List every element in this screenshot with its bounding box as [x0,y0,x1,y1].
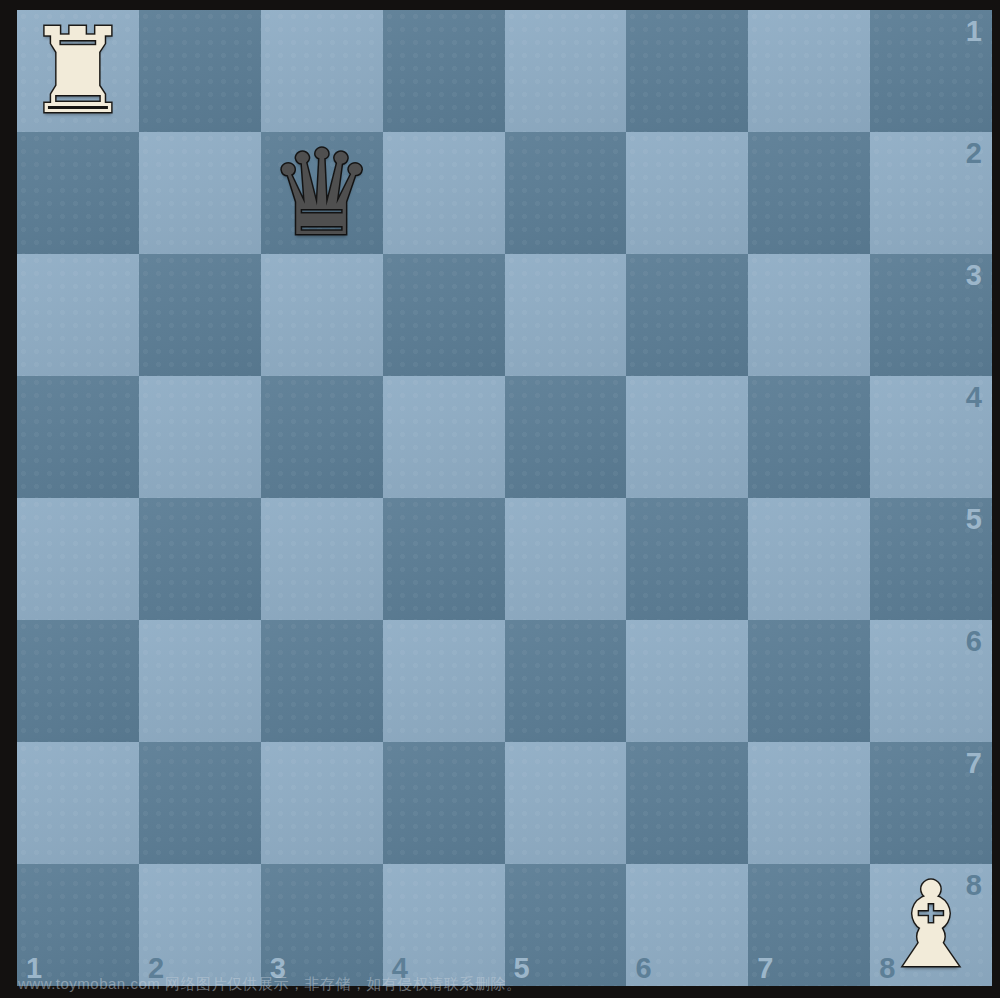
square-file3-rank7[interactable] [261,742,383,864]
square-file8-rank1[interactable]: 1 [870,10,992,132]
rank-label-1: 1 [966,17,982,46]
square-file3-rank3[interactable] [261,254,383,376]
square-file5-rank3[interactable] [505,254,627,376]
square-file7-rank3[interactable] [748,254,870,376]
file-label-6: 6 [635,954,651,983]
rank-label-3: 3 [966,261,982,290]
square-file6-rank4[interactable] [626,376,748,498]
chess-board-screenshot: ♜1♛234567123456788♝ www.toymoban.com 网络图… [0,0,1000,998]
square-file7-rank4[interactable] [748,376,870,498]
file-label-2: 2 [148,954,164,983]
square-file3-rank5[interactable] [261,498,383,620]
square-file4-rank6[interactable] [383,620,505,742]
square-file5-rank5[interactable] [505,498,627,620]
file-label-7: 7 [757,954,773,983]
file-label-1: 1 [26,954,42,983]
square-file5-rank7[interactable] [505,742,627,864]
square-file8-rank4[interactable]: 4 [870,376,992,498]
square-file1-rank2[interactable] [17,132,139,254]
square-file6-rank8[interactable]: 6 [626,864,748,986]
square-file2-rank8[interactable]: 2 [139,864,261,986]
square-file5-rank6[interactable] [505,620,627,742]
square-file2-rank6[interactable] [139,620,261,742]
square-file8-rank3[interactable]: 3 [870,254,992,376]
square-file8-rank5[interactable]: 5 [870,498,992,620]
square-file3-rank6[interactable] [261,620,383,742]
square-file7-rank1[interactable] [748,10,870,132]
square-file4-rank3[interactable] [383,254,505,376]
square-file6-rank3[interactable] [626,254,748,376]
square-file7-rank2[interactable] [748,132,870,254]
square-file4-rank1[interactable] [383,10,505,132]
rank-label-4: 4 [966,383,982,412]
square-file2-rank2[interactable] [139,132,261,254]
square-file5-rank2[interactable] [505,132,627,254]
white-rook-piece[interactable]: ♜ [17,10,139,132]
square-file7-rank6[interactable] [748,620,870,742]
square-file7-rank7[interactable] [748,742,870,864]
file-label-4: 4 [392,954,408,983]
square-file7-rank8[interactable]: 7 [748,864,870,986]
square-file5-rank1[interactable] [505,10,627,132]
square-file2-rank3[interactable] [139,254,261,376]
black-queen-piece[interactable]: ♛ [261,132,383,254]
square-file7-rank5[interactable] [748,498,870,620]
square-file3-rank1[interactable] [261,10,383,132]
square-file3-rank4[interactable] [261,376,383,498]
square-file3-rank2[interactable]: ♛ [261,132,383,254]
square-file4-rank8[interactable]: 4 [383,864,505,986]
file-label-5: 5 [514,954,530,983]
square-file3-rank8[interactable]: 3 [261,864,383,986]
square-file6-rank2[interactable] [626,132,748,254]
square-file1-rank7[interactable] [17,742,139,864]
square-file8-rank6[interactable]: 6 [870,620,992,742]
rank-label-7: 7 [966,749,982,778]
square-file2-rank4[interactable] [139,376,261,498]
square-file5-rank8[interactable]: 5 [505,864,627,986]
square-file2-rank7[interactable] [139,742,261,864]
square-file6-rank6[interactable] [626,620,748,742]
square-file4-rank4[interactable] [383,376,505,498]
rank-label-5: 5 [966,505,982,534]
square-file8-rank8[interactable]: 88♝ [870,864,992,986]
square-file8-rank7[interactable]: 7 [870,742,992,864]
square-file4-rank2[interactable] [383,132,505,254]
square-file6-rank1[interactable] [626,10,748,132]
square-file1-rank1[interactable]: ♜ [17,10,139,132]
square-file5-rank4[interactable] [505,376,627,498]
square-file2-rank1[interactable] [139,10,261,132]
square-file1-rank3[interactable] [17,254,139,376]
rank-label-2: 2 [966,139,982,168]
square-file1-rank5[interactable] [17,498,139,620]
square-file1-rank4[interactable] [17,376,139,498]
rank-label-6: 6 [966,627,982,656]
square-file4-rank5[interactable] [383,498,505,620]
square-file6-rank5[interactable] [626,498,748,620]
square-file6-rank7[interactable] [626,742,748,864]
file-label-3: 3 [270,954,286,983]
chess-board: ♜1♛234567123456788♝ [17,10,992,986]
white-bishop-piece[interactable]: ♝ [870,864,992,986]
square-file4-rank7[interactable] [383,742,505,864]
square-file2-rank5[interactable] [139,498,261,620]
square-file1-rank8[interactable]: 1 [17,864,139,986]
square-file8-rank2[interactable]: 2 [870,132,992,254]
square-file1-rank6[interactable] [17,620,139,742]
